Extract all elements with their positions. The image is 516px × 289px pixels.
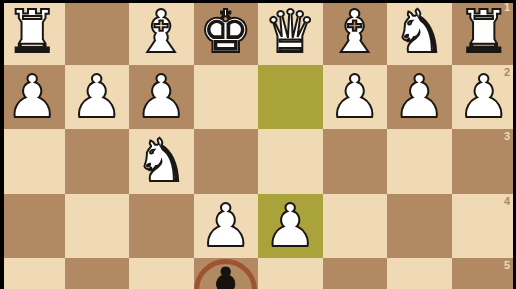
white-pawn[interactable]: ♟ xyxy=(135,65,188,130)
white-pawn[interactable]: ♟ xyxy=(328,65,381,130)
square-a5[interactable]: 5 xyxy=(452,258,516,289)
square-f5[interactable] xyxy=(129,258,194,289)
white-queen[interactable]: ♛ xyxy=(264,0,317,65)
rank-label-5: 5 xyxy=(504,260,510,271)
square-a1[interactable]: ♜1 xyxy=(452,0,516,65)
square-e3[interactable] xyxy=(194,129,259,194)
square-f2[interactable]: ♟ xyxy=(129,65,194,130)
square-b2[interactable]: ♟ xyxy=(387,65,452,130)
square-a3[interactable]: 3 xyxy=(452,129,516,194)
square-b3[interactable] xyxy=(387,129,452,194)
chess-board: ♜♝♚♛♝♞♜1♟♟♟♟♟♟2♞3♟♟4♟5 xyxy=(0,0,516,289)
square-g5[interactable] xyxy=(65,258,130,289)
rank-label-1: 1 xyxy=(504,2,510,13)
square-h4[interactable] xyxy=(0,194,65,259)
square-g4[interactable] xyxy=(65,194,130,259)
square-e2[interactable] xyxy=(194,65,259,130)
white-pawn[interactable]: ♟ xyxy=(199,194,252,259)
square-b5[interactable] xyxy=(387,258,452,289)
rank-label-3: 3 xyxy=(504,131,510,142)
square-e5[interactable]: ♟ xyxy=(194,258,259,289)
white-knight[interactable]: ♞ xyxy=(393,0,446,65)
square-b1[interactable]: ♞ xyxy=(387,0,452,65)
square-g2[interactable]: ♟ xyxy=(65,65,130,130)
square-c3[interactable] xyxy=(323,129,388,194)
square-h3[interactable] xyxy=(0,129,65,194)
square-d4[interactable]: ♟ xyxy=(258,194,323,259)
white-bishop[interactable]: ♝ xyxy=(135,0,188,65)
white-pawn[interactable]: ♟ xyxy=(70,65,123,130)
square-a2[interactable]: ♟2 xyxy=(452,65,516,130)
square-b4[interactable] xyxy=(387,194,452,259)
square-g3[interactable] xyxy=(65,129,130,194)
white-rook[interactable]: ♜ xyxy=(457,0,510,65)
white-bishop[interactable]: ♝ xyxy=(328,0,381,65)
square-c2[interactable]: ♟ xyxy=(323,65,388,130)
square-f3[interactable]: ♞ xyxy=(129,129,194,194)
square-e4[interactable]: ♟ xyxy=(194,194,259,259)
square-f4[interactable] xyxy=(129,194,194,259)
square-c4[interactable] xyxy=(323,194,388,259)
white-king[interactable]: ♚ xyxy=(199,0,252,65)
white-pawn[interactable]: ♟ xyxy=(393,65,446,130)
square-g1[interactable] xyxy=(65,0,130,65)
square-d5[interactable] xyxy=(258,258,323,289)
white-pawn[interactable]: ♟ xyxy=(264,194,317,259)
frame-border-top xyxy=(0,0,516,3)
white-rook[interactable]: ♜ xyxy=(6,0,59,65)
square-e1[interactable]: ♚ xyxy=(194,0,259,65)
square-d3[interactable] xyxy=(258,129,323,194)
square-h2[interactable]: ♟ xyxy=(0,65,65,130)
square-a4[interactable]: 4 xyxy=(452,194,516,259)
square-d1[interactable]: ♛ xyxy=(258,0,323,65)
white-knight[interactable]: ♞ xyxy=(135,129,188,194)
frame-border-left xyxy=(0,0,4,289)
rank-label-4: 4 xyxy=(504,196,510,207)
square-f1[interactable]: ♝ xyxy=(129,0,194,65)
chess-board-screenshot: ♜♝♚♛♝♞♜1♟♟♟♟♟♟2♞3♟♟4♟5 xyxy=(0,0,516,289)
white-pawn[interactable]: ♟ xyxy=(457,65,510,130)
white-pawn[interactable]: ♟ xyxy=(6,65,59,130)
square-c1[interactable]: ♝ xyxy=(323,0,388,65)
square-c5[interactable] xyxy=(323,258,388,289)
square-h1[interactable]: ♜ xyxy=(0,0,65,65)
square-h5[interactable] xyxy=(0,258,65,289)
black-pawn[interactable]: ♟ xyxy=(199,258,252,289)
square-d2[interactable] xyxy=(258,65,323,130)
rank-label-2: 2 xyxy=(504,67,510,78)
